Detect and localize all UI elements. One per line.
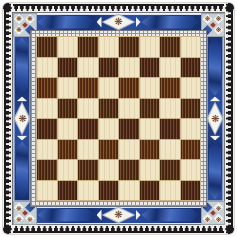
square-h7[interactable] — [181, 58, 201, 78]
square-c7[interactable] — [78, 58, 98, 78]
square-e2[interactable] — [119, 160, 139, 180]
square-h5[interactable] — [181, 99, 201, 119]
blue-banner — [142, 209, 200, 222]
red-accent-diamond — [22, 210, 28, 216]
square-a8[interactable] — [37, 37, 57, 57]
square-h6[interactable] — [181, 78, 201, 98]
square-d4[interactable] — [99, 119, 119, 139]
flower-star-icon: ❋ — [215, 215, 221, 222]
sawtooth-bottom-band — [3, 224, 234, 233]
star-tile: ❋ — [25, 14, 35, 24]
flower-star-icon: ❋ — [16, 204, 22, 211]
square-b4[interactable] — [58, 119, 78, 139]
square-a4[interactable] — [37, 119, 57, 139]
blue-banner — [16, 38, 29, 96]
flower-star-icon: ❋ — [215, 204, 221, 211]
square-c3[interactable] — [78, 140, 98, 160]
square-c5[interactable] — [78, 99, 98, 119]
square-h1[interactable] — [181, 181, 201, 201]
square-g7[interactable] — [160, 58, 180, 78]
square-h3[interactable] — [181, 140, 201, 160]
square-b2[interactable] — [58, 160, 78, 180]
flower-star-icon: ❋ — [215, 27, 221, 34]
square-e8[interactable] — [119, 37, 139, 57]
square-g8[interactable] — [160, 37, 180, 57]
chessboard — [36, 36, 201, 201]
star-tile: ❋ — [213, 14, 223, 24]
star-tile: ❋ — [25, 213, 35, 223]
square-g5[interactable] — [160, 99, 180, 119]
blue-banner — [16, 142, 29, 200]
square-e4[interactable] — [119, 119, 139, 139]
square-h8[interactable] — [181, 37, 201, 57]
square-f2[interactable] — [140, 160, 160, 180]
square-g6[interactable] — [160, 78, 180, 98]
square-c2[interactable] — [78, 160, 98, 180]
square-h4[interactable] — [181, 119, 201, 139]
chevron-icon — [136, 17, 141, 28]
square-d1[interactable] — [99, 181, 119, 201]
square-c1[interactable] — [78, 181, 98, 201]
blue-banner — [38, 209, 96, 222]
flower-star-icon: ❋ — [16, 215, 22, 222]
page: ❋ ❋ ❋ — [0, 0, 237, 237]
flower-star-icon: ❋ — [27, 16, 33, 23]
sawtooth-right-band — [224, 3, 233, 234]
square-e1[interactable] — [119, 181, 139, 201]
square-f3[interactable] — [140, 140, 160, 160]
square-b6[interactable] — [58, 78, 78, 98]
flower-star-icon: ❋ — [204, 215, 210, 222]
blue-border-band-left: ❋ — [14, 37, 31, 201]
square-f8[interactable] — [140, 37, 160, 57]
square-g3[interactable] — [160, 140, 180, 160]
star-tile: ❋ — [213, 25, 223, 35]
square-a3[interactable] — [37, 140, 57, 160]
square-f1[interactable] — [140, 181, 160, 201]
square-b7[interactable] — [58, 58, 78, 78]
square-e3[interactable] — [119, 140, 139, 160]
square-g1[interactable] — [160, 181, 180, 201]
flower-star-icon: ❋ — [210, 114, 220, 122]
red-accent-diamond — [210, 210, 216, 216]
square-f7[interactable] — [140, 58, 160, 78]
square-b8[interactable] — [58, 37, 78, 57]
square-d8[interactable] — [99, 37, 119, 57]
star-medallion: ❋ — [102, 14, 136, 31]
square-d6[interactable] — [99, 78, 119, 98]
square-c4[interactable] — [78, 119, 98, 139]
star-tile: ❋ — [202, 14, 212, 24]
chevron-icon — [210, 136, 221, 141]
flower-star-icon: ❋ — [27, 215, 33, 222]
chevron-icon — [136, 210, 141, 221]
blue-banner — [209, 38, 222, 96]
square-f5[interactable] — [140, 99, 160, 119]
flower-star-icon: ❋ — [204, 16, 210, 23]
square-d5[interactable] — [99, 99, 119, 119]
square-c6[interactable] — [78, 78, 98, 98]
square-d3[interactable] — [99, 140, 119, 160]
red-accent-diamond — [210, 22, 216, 28]
square-f6[interactable] — [140, 78, 160, 98]
blue-border-band-bottom: ❋ — [37, 207, 201, 224]
square-f4[interactable] — [140, 119, 160, 139]
star-medallion: ❋ — [102, 207, 136, 224]
square-e5[interactable] — [119, 99, 139, 119]
square-a2[interactable] — [37, 160, 57, 180]
square-b3[interactable] — [58, 140, 78, 160]
square-g4[interactable] — [160, 119, 180, 139]
star-tile: ❋ — [213, 213, 223, 223]
square-a5[interactable] — [37, 99, 57, 119]
chevron-icon — [210, 97, 221, 102]
star-tile: ❋ — [213, 202, 223, 212]
flower-star-icon: ❋ — [17, 114, 27, 122]
flower-star-icon: ❋ — [16, 27, 22, 34]
chevron-icon — [17, 136, 28, 141]
flower-star-icon: ❋ — [16, 16, 22, 23]
blue-border-band-right: ❋ — [207, 37, 224, 201]
blue-banner — [38, 16, 96, 29]
blue-banner — [209, 142, 222, 200]
star-medallion: ❋ — [14, 102, 31, 136]
star-medallion: ❋ — [207, 102, 224, 136]
blue-border-band-top: ❋ — [37, 14, 201, 31]
star-tile: ❋ — [14, 14, 24, 24]
square-b5[interactable] — [58, 99, 78, 119]
square-d7[interactable] — [99, 58, 119, 78]
square-g2[interactable] — [160, 160, 180, 180]
red-accent-diamond — [22, 22, 28, 28]
star-tile: ❋ — [14, 202, 24, 212]
star-tile: ❋ — [202, 213, 212, 223]
square-h2[interactable] — [181, 160, 201, 180]
board-photo: ❋ ❋ ❋ — [2, 2, 235, 235]
blue-banner — [142, 16, 200, 29]
flower-star-icon: ❋ — [114, 17, 122, 27]
square-e7[interactable] — [119, 58, 139, 78]
square-b1[interactable] — [58, 181, 78, 201]
square-d2[interactable] — [99, 160, 119, 180]
square-c8[interactable] — [78, 37, 98, 57]
flower-star-icon: ❋ — [114, 210, 122, 220]
square-a6[interactable] — [37, 78, 57, 98]
star-tile: ❋ — [14, 213, 24, 223]
square-a1[interactable] — [37, 181, 57, 201]
star-tile: ❋ — [14, 25, 24, 35]
square-a7[interactable] — [37, 58, 57, 78]
flower-star-icon: ❋ — [215, 16, 221, 23]
square-e6[interactable] — [119, 78, 139, 98]
